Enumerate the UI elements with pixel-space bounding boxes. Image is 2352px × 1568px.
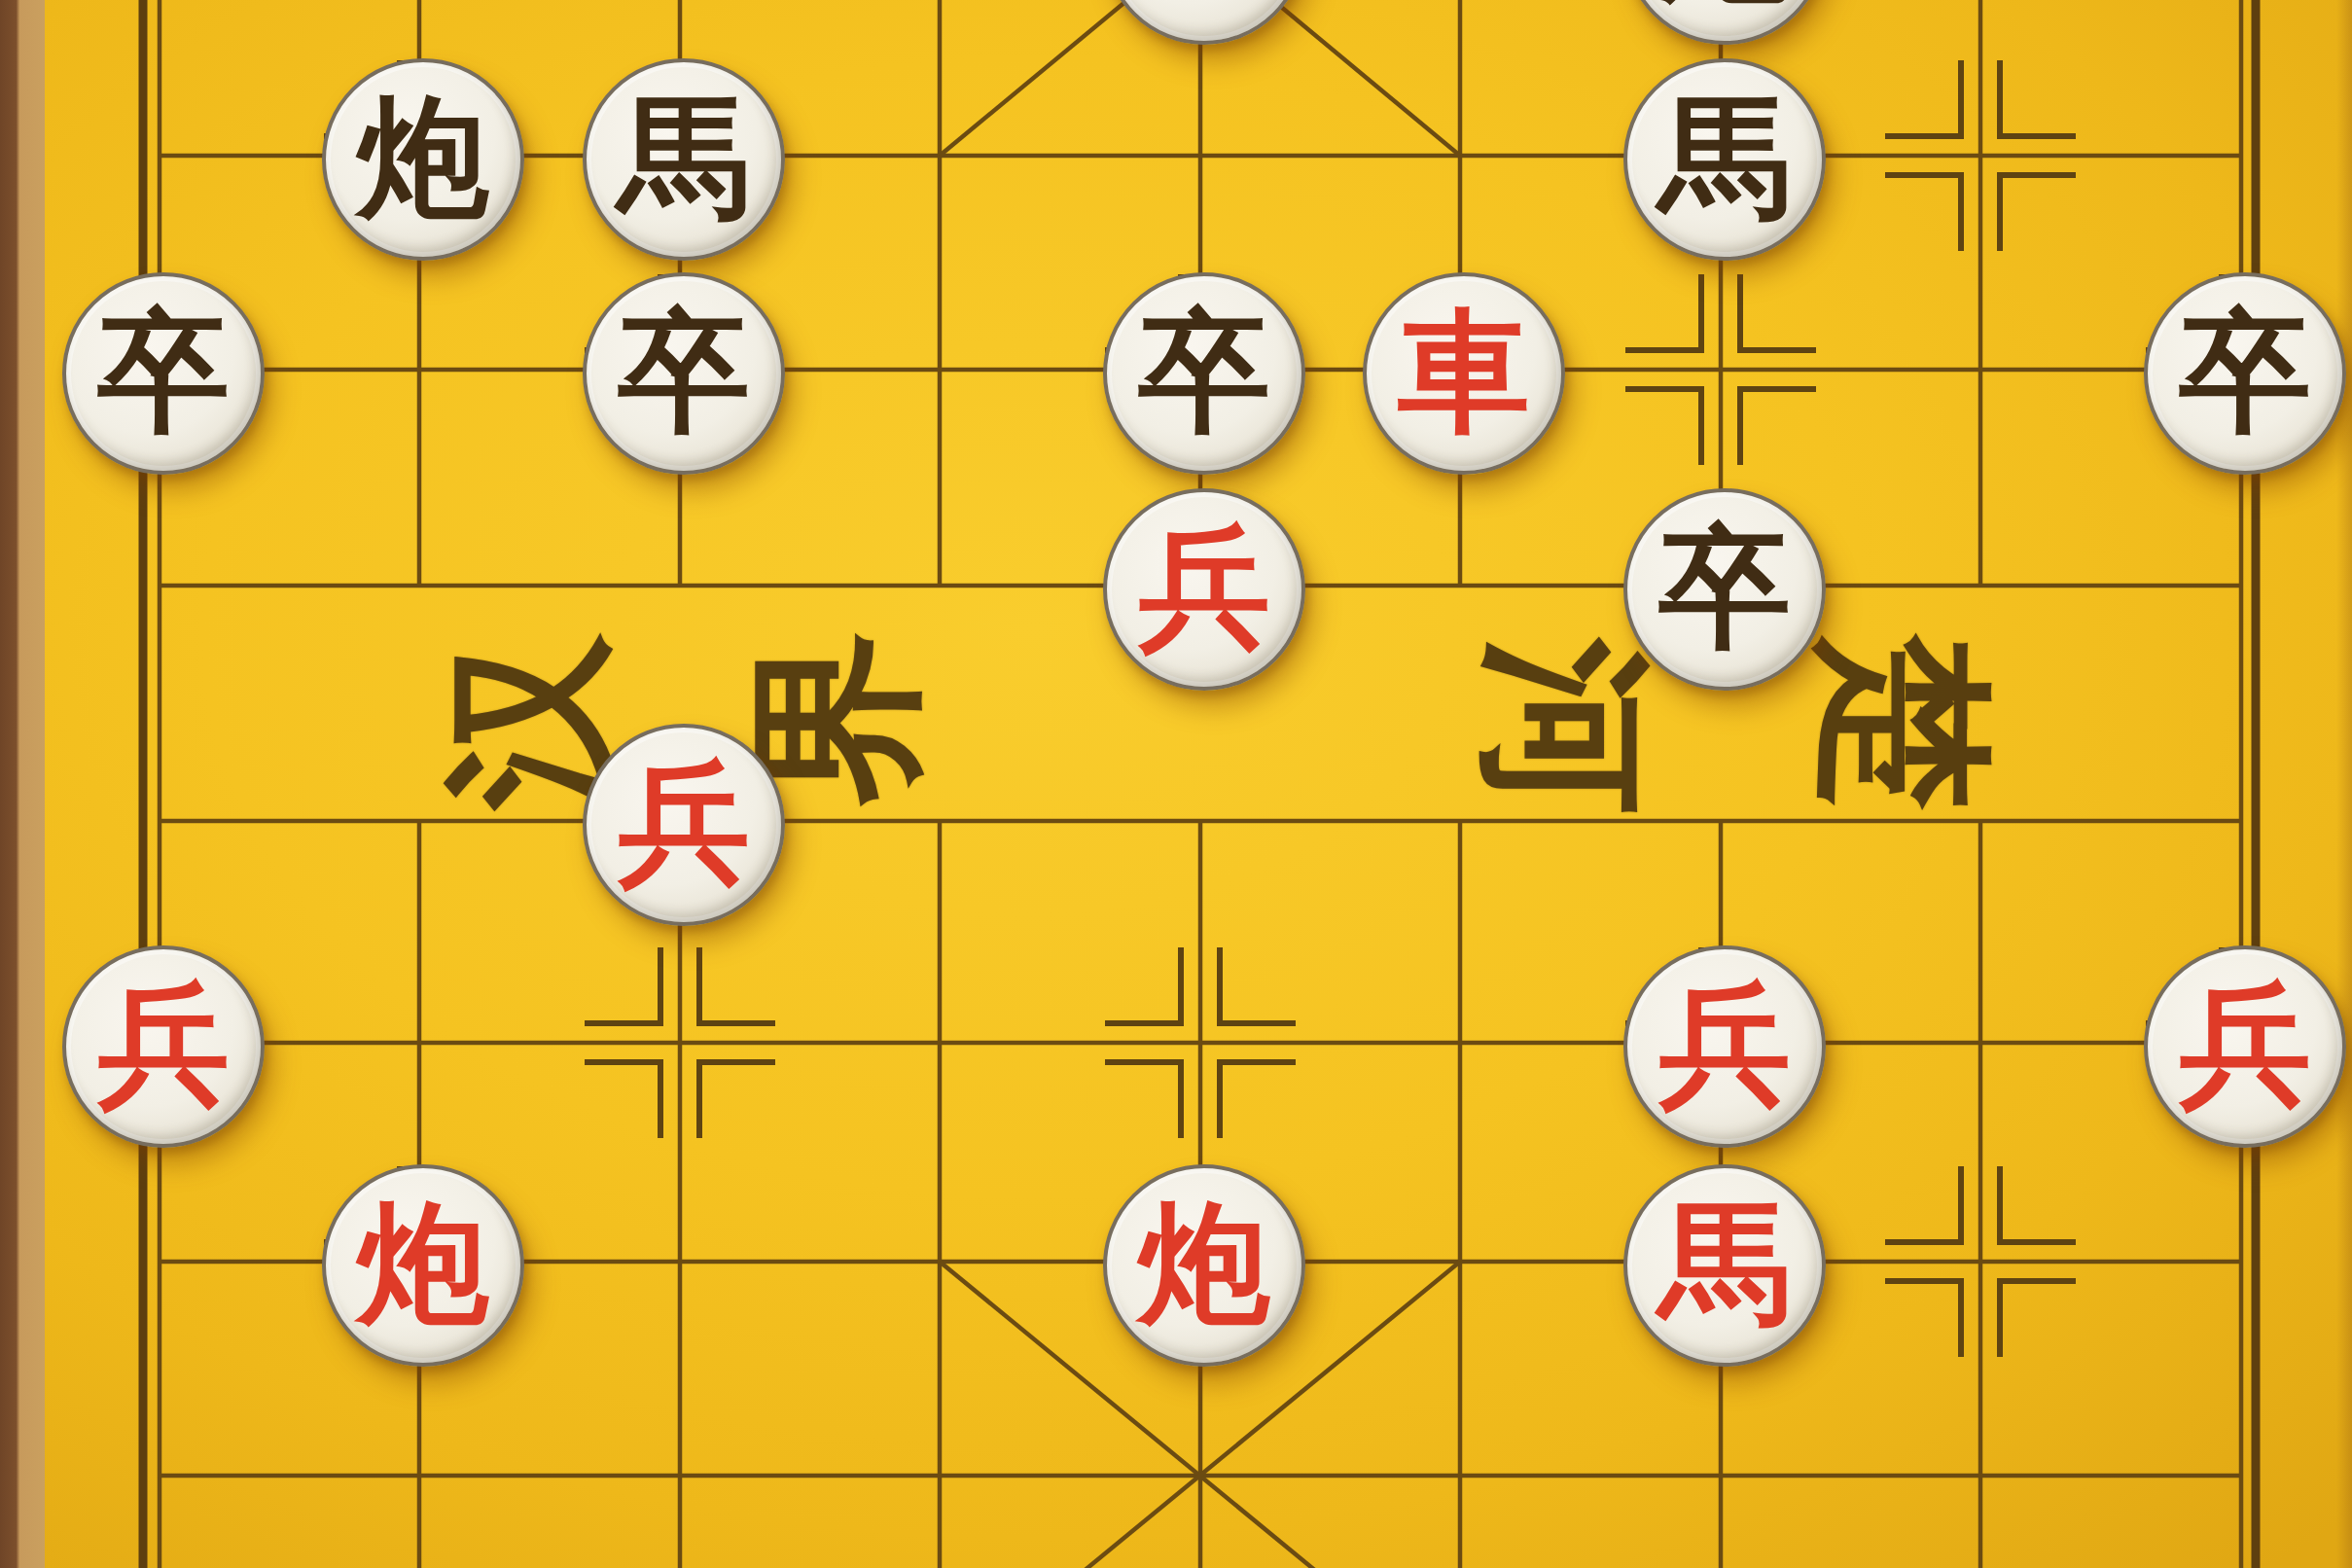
piece-black-soldier-f5r3[interactable]: 卒 [1103, 272, 1305, 475]
black-soldier-glyph: 卒 [1658, 521, 1791, 654]
red-soldier-glyph: 兵 [1138, 521, 1270, 654]
piece-red-soldier-f9r6[interactable]: 兵 [2144, 945, 2346, 1148]
piece-black-soldier-f9r3[interactable]: 卒 [2144, 272, 2346, 475]
piece-red-cannon-f2r7[interactable]: 炮 [322, 1164, 524, 1367]
red-horse-glyph: 馬 [1658, 1197, 1791, 1330]
black-advisor-glyph: 士 [1138, 0, 1270, 8]
red-soldier-glyph: 兵 [618, 757, 750, 889]
river-character-1: 汉 [439, 633, 616, 810]
red-chariot-glyph: 車 [1398, 305, 1530, 438]
black-soldier-glyph: 卒 [97, 305, 230, 438]
black-horse-glyph: 馬 [1658, 91, 1791, 224]
river-character-4: 楚 [1816, 634, 1993, 811]
piece-red-soldier-f5r4[interactable]: 兵 [1103, 488, 1305, 691]
river-character-3: 河 [1478, 638, 1655, 815]
black-cannon-glyph: 炮 [357, 91, 489, 224]
piece-black-soldier-f1r3[interactable]: 卒 [62, 272, 265, 475]
piece-red-soldier-f1r6[interactable]: 兵 [62, 945, 265, 1148]
red-soldier-glyph: 兵 [1658, 979, 1791, 1111]
black-soldier-glyph: 卒 [618, 305, 750, 438]
piece-black-horse-f3r2[interactable]: 馬 [583, 58, 785, 261]
black-soldier-glyph: 卒 [1138, 305, 1270, 438]
piece-black-soldier-f7r4[interactable]: 卒 [1623, 488, 1826, 691]
red-cannon-glyph: 炮 [1138, 1197, 1270, 1330]
piece-red-cannon-f5r7[interactable]: 炮 [1103, 1164, 1305, 1367]
xiangqi-photo: 汉界河楚 士炮炮馬馬卒卒卒車卒兵卒兵兵兵兵炮炮馬 [0, 0, 2352, 1568]
red-soldier-glyph: 兵 [97, 979, 230, 1111]
black-soldier-glyph: 卒 [2179, 305, 2311, 438]
red-soldier-glyph: 兵 [2179, 979, 2311, 1111]
piece-red-chariot-f6r3[interactable]: 車 [1363, 272, 1565, 475]
piece-black-cannon-f2r2[interactable]: 炮 [322, 58, 524, 261]
piece-black-horse-f7r2[interactable]: 馬 [1623, 58, 1826, 261]
red-cannon-glyph: 炮 [357, 1197, 489, 1330]
piece-red-soldier-f3r5[interactable]: 兵 [583, 724, 785, 926]
piece-red-horse-f7r7[interactable]: 馬 [1623, 1164, 1826, 1367]
black-horse-glyph: 馬 [618, 91, 750, 224]
piece-red-soldier-f7r6[interactable]: 兵 [1623, 945, 1826, 1148]
black-cannon-glyph: 炮 [1658, 0, 1791, 8]
piece-black-soldier-f3r3[interactable]: 卒 [583, 272, 785, 475]
